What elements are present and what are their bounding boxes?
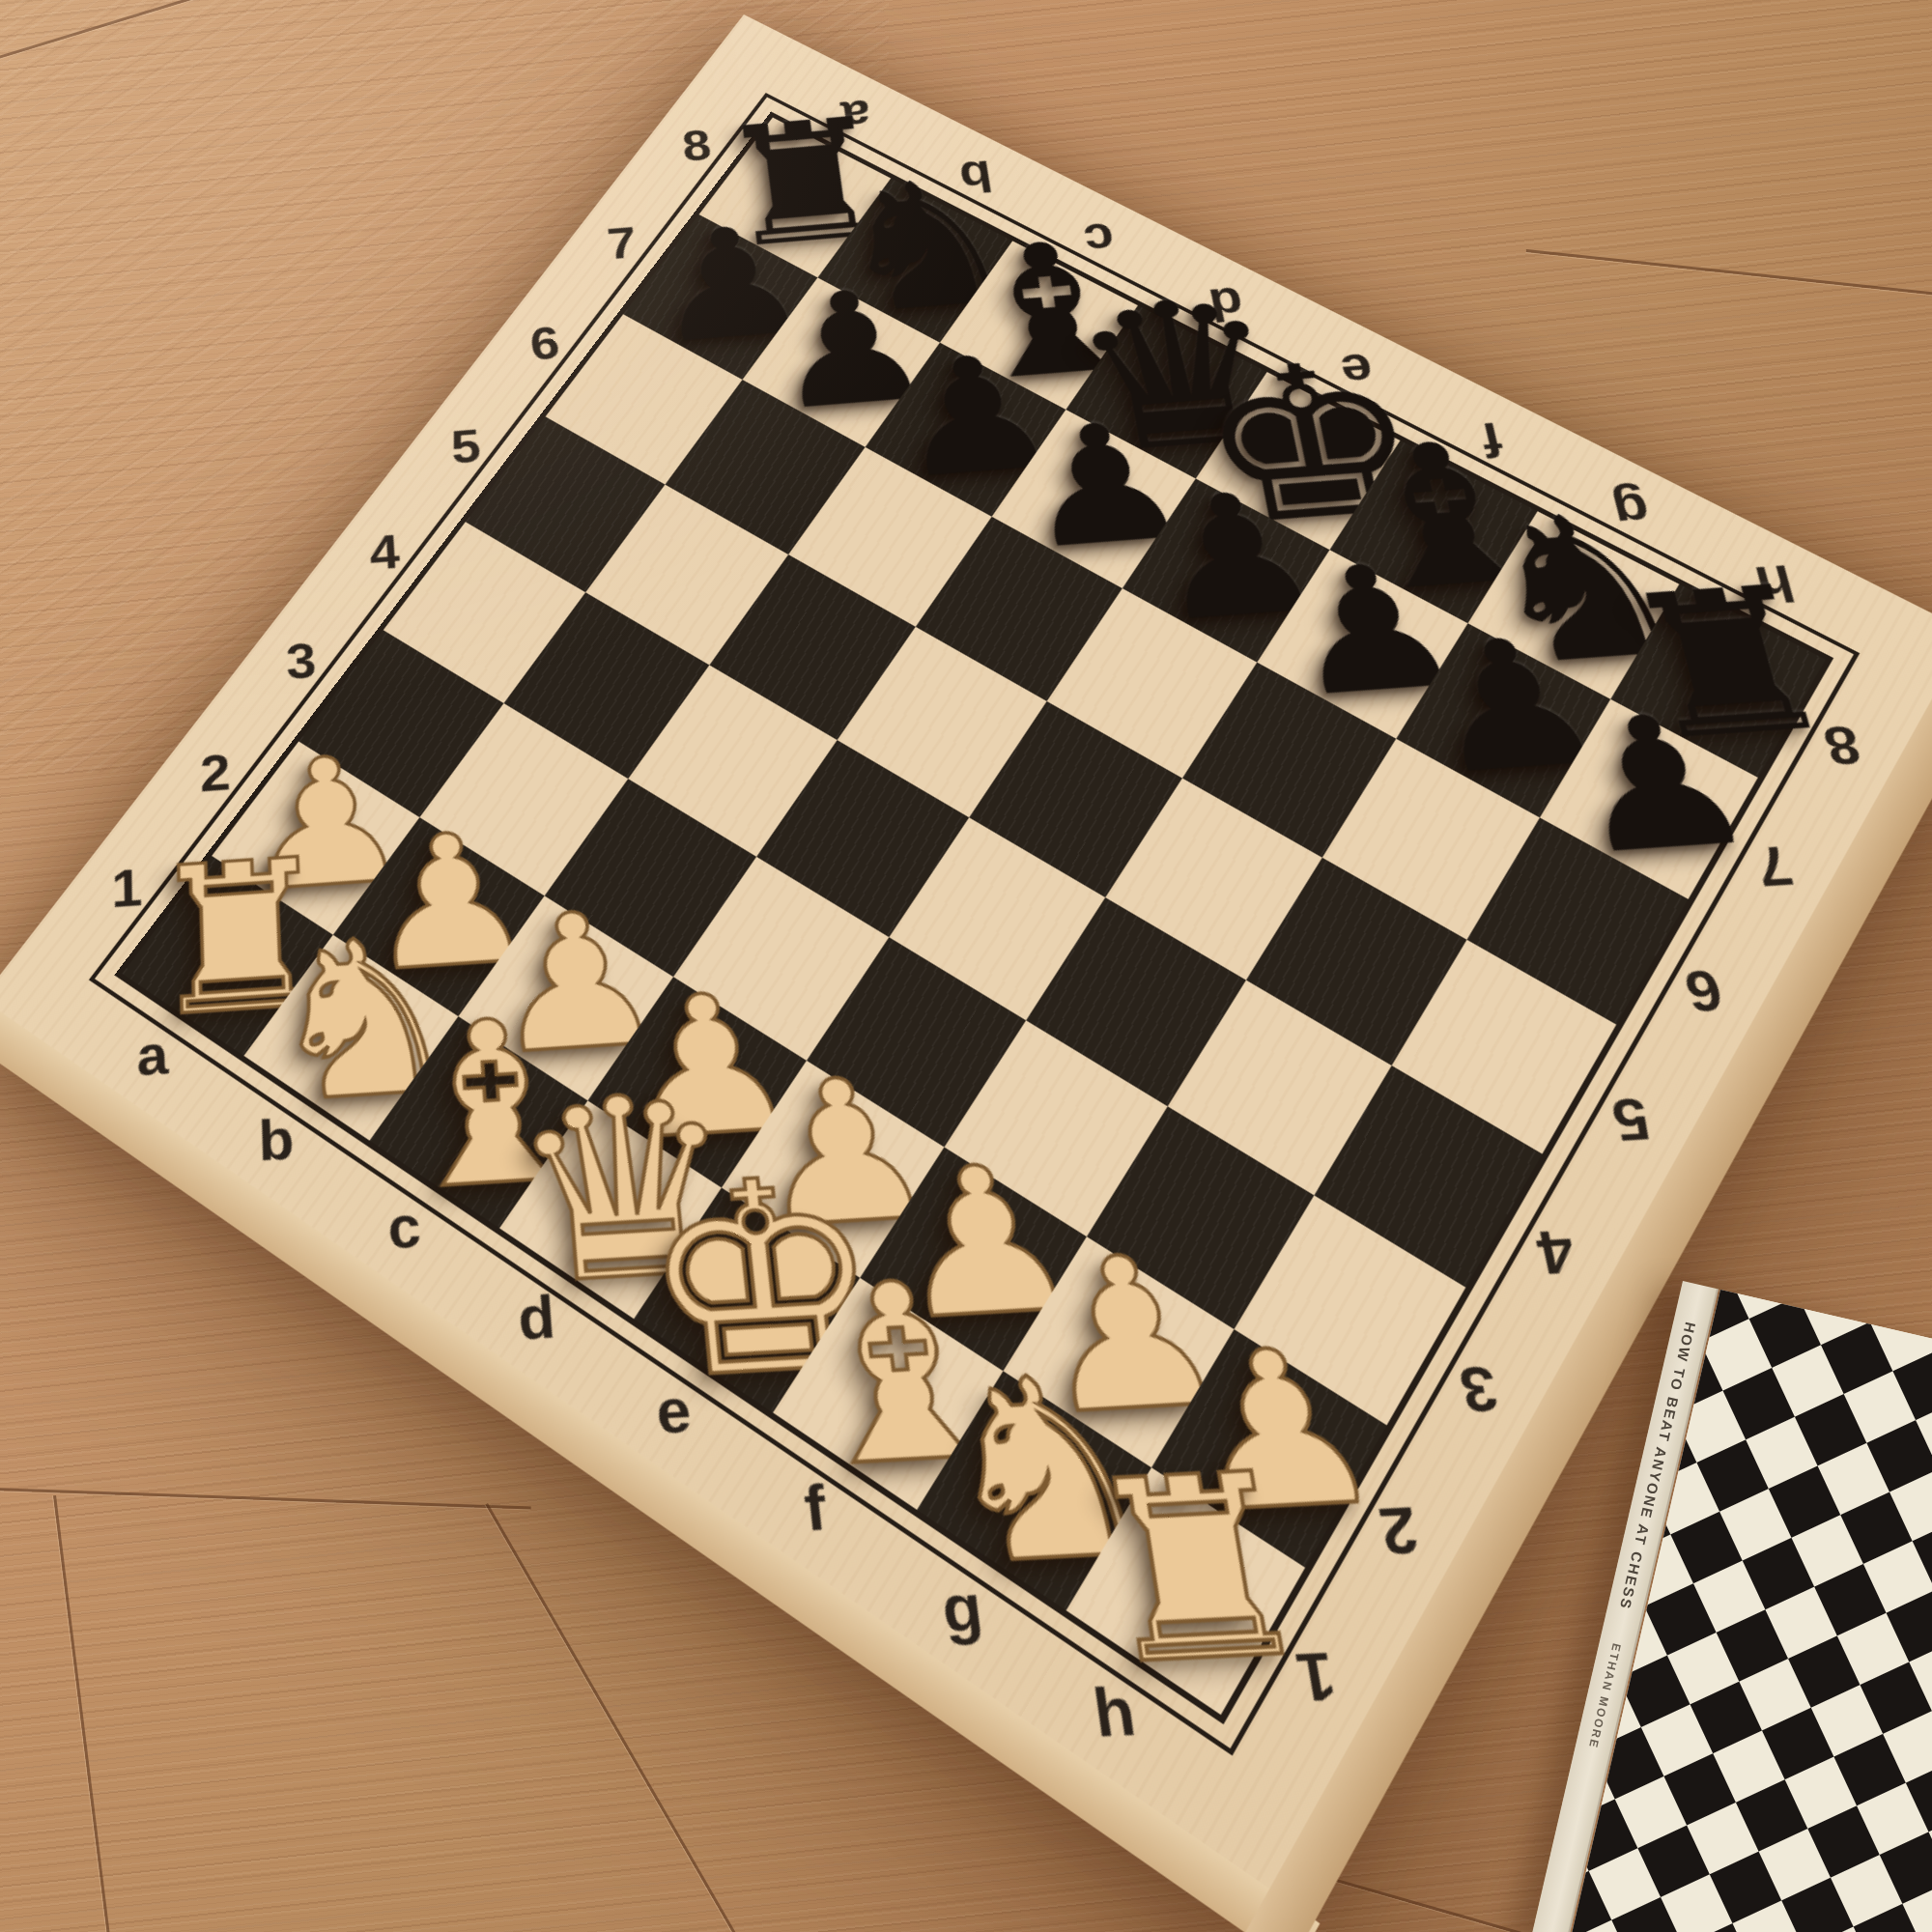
scene: ♜♞♝♛♚♝♞♜♟♟♟♟♟♟♟♟♟♟♟♟♟♟♟♟♜♞♝♛♚♝♞♜ 88aa77b… bbox=[0, 0, 1932, 1932]
frame-label-rank-4-left: 4 bbox=[369, 524, 402, 580]
square-h1[interactable]: ♜ bbox=[1066, 1467, 1305, 1715]
frame-label-rank-2-left: 2 bbox=[200, 743, 232, 802]
frame-label-rank-3-left: 3 bbox=[285, 632, 318, 690]
frame-label-rank-8-left: 8 bbox=[680, 121, 714, 171]
frame-label-rank-1-left: 1 bbox=[111, 858, 143, 919]
frame-label-rank-7-left: 7 bbox=[606, 217, 639, 269]
frame-label-rank-6-left: 6 bbox=[528, 317, 562, 370]
frame-label-rank-4-right: 4 bbox=[1531, 1216, 1581, 1287]
frame-label-rank-5-right: 5 bbox=[1606, 1085, 1657, 1153]
piece-white-rook[interactable]: ♜ bbox=[1069, 1439, 1330, 1701]
frame-label-rank-3-right: 3 bbox=[1454, 1351, 1504, 1425]
frame-label-rank-5-left: 5 bbox=[450, 419, 483, 473]
frame-label-rank-6-right: 6 bbox=[1679, 957, 1729, 1024]
